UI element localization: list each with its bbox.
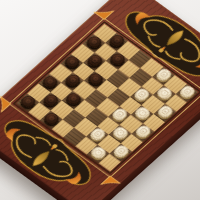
case-face: [0, 0, 200, 200]
wooden-case: [0, 0, 200, 200]
photo-background: [0, 0, 200, 200]
